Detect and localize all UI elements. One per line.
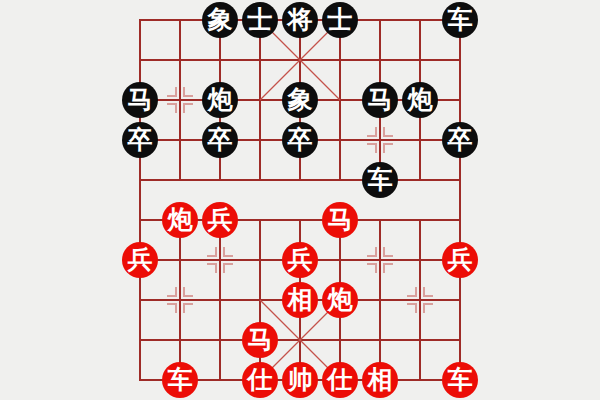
xiangqi-board: 象士将士车马炮象马炮卒卒卒卒车炮兵马兵兵兵相炮马车仕帅仕相车 (120, 0, 480, 400)
xiangqi-app-screen: 象士将士车马炮象马炮卒卒卒卒车炮兵马兵兵兵相炮马车仕帅仕相车 (0, 0, 600, 400)
board-point: 帅 (280, 360, 320, 400)
piece-black-elephant[interactable]: 象 (202, 2, 238, 38)
piece-black-advisor[interactable]: 士 (322, 2, 358, 38)
board-point: 兵 (440, 240, 480, 280)
board-point: 兵 (120, 240, 160, 280)
piece-black-soldier[interactable]: 卒 (282, 122, 318, 158)
piece-black-horse[interactable]: 马 (362, 82, 398, 118)
board-point: 车 (440, 360, 480, 400)
board-point: 车 (160, 360, 200, 400)
piece-red-cannon[interactable]: 炮 (162, 202, 198, 238)
piece-black-horse[interactable]: 马 (122, 82, 158, 118)
piece-black-chariot[interactable]: 车 (362, 162, 398, 198)
board-point: 仕 (320, 360, 360, 400)
board-point: 将 (280, 0, 320, 40)
piece-red-chariot[interactable]: 车 (162, 362, 198, 398)
piece-black-elephant[interactable]: 象 (282, 82, 318, 118)
board-point: 兵 (280, 240, 320, 280)
board-point: 炮 (320, 280, 360, 320)
piece-black-general[interactable]: 将 (282, 2, 318, 38)
board-point: 车 (360, 160, 400, 200)
board-grid[interactable]: 象士将士车马炮象马炮卒卒卒卒车炮兵马兵兵兵相炮马车仕帅仕相车 (120, 0, 480, 400)
board-point: 仕 (240, 360, 280, 400)
piece-black-cannon[interactable]: 炮 (402, 82, 438, 118)
piece-red-advisor[interactable]: 仕 (322, 362, 358, 398)
board-point: 卒 (120, 120, 160, 160)
board-point: 炮 (160, 200, 200, 240)
piece-red-soldier[interactable]: 兵 (122, 242, 158, 278)
piece-red-horse[interactable]: 马 (242, 322, 278, 358)
board-point: 兵 (200, 200, 240, 240)
board-point: 相 (360, 360, 400, 400)
board-point: 炮 (400, 80, 440, 120)
piece-red-soldier[interactable]: 兵 (202, 202, 238, 238)
board-point: 相 (280, 280, 320, 320)
piece-red-general[interactable]: 帅 (282, 362, 318, 398)
piece-black-cannon[interactable]: 炮 (202, 82, 238, 118)
piece-red-horse[interactable]: 马 (322, 202, 358, 238)
piece-black-soldier[interactable]: 卒 (202, 122, 238, 158)
piece-black-advisor[interactable]: 士 (242, 2, 278, 38)
board-point: 象 (200, 0, 240, 40)
board-point: 马 (320, 200, 360, 240)
piece-red-soldier[interactable]: 兵 (442, 242, 478, 278)
piece-red-elephant[interactable]: 相 (362, 362, 398, 398)
board-point: 马 (240, 320, 280, 360)
piece-red-soldier[interactable]: 兵 (282, 242, 318, 278)
board-point: 象 (280, 80, 320, 120)
piece-red-elephant[interactable]: 相 (282, 282, 318, 318)
board-point: 卒 (200, 120, 240, 160)
board-point: 炮 (200, 80, 240, 120)
piece-red-chariot[interactable]: 车 (442, 362, 478, 398)
piece-red-cannon[interactable]: 炮 (322, 282, 358, 318)
board-point: 马 (120, 80, 160, 120)
board-point: 士 (320, 0, 360, 40)
board-point: 车 (440, 0, 480, 40)
board-point: 马 (360, 80, 400, 120)
board-point: 卒 (440, 120, 480, 160)
piece-red-advisor[interactable]: 仕 (242, 362, 278, 398)
board-point: 卒 (280, 120, 320, 160)
piece-black-chariot[interactable]: 车 (442, 2, 478, 38)
piece-black-soldier[interactable]: 卒 (442, 122, 478, 158)
board-point: 士 (240, 0, 280, 40)
piece-black-soldier[interactable]: 卒 (122, 122, 158, 158)
